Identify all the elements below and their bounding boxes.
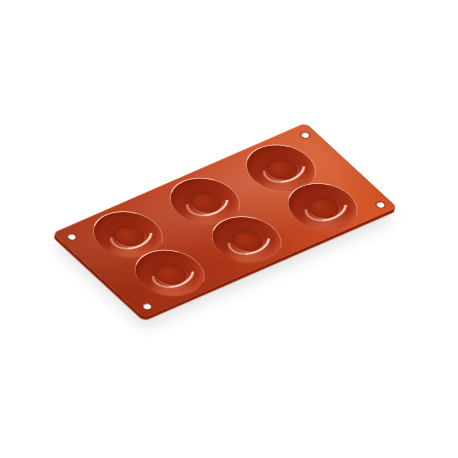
corner-hole [374,201,386,209]
corner-hole [65,233,77,241]
cavity-highlight [296,197,358,235]
cavity-highlight [143,263,205,301]
cavity-highlight [219,230,281,268]
corner-hole [298,131,310,139]
corner-hole [140,303,152,311]
silicone-mold [52,123,398,319]
photo-background [0,0,458,458]
